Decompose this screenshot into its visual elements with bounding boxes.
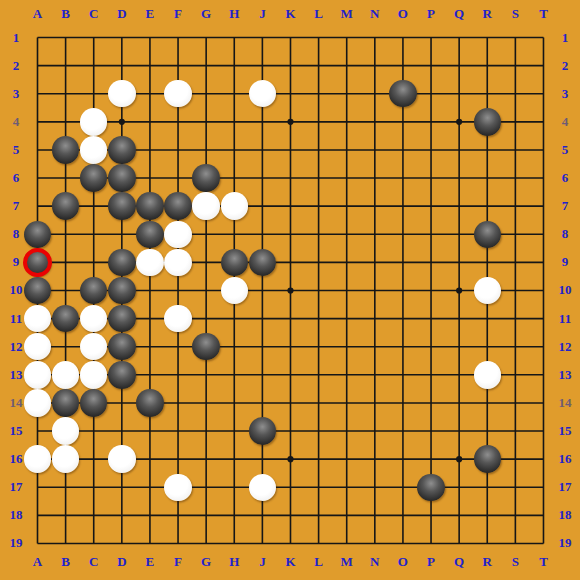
white-stone[interactable] bbox=[52, 417, 80, 445]
black-stone[interactable] bbox=[417, 474, 445, 502]
black-stone[interactable] bbox=[389, 80, 417, 108]
row-label-left-17: 17 bbox=[2, 480, 30, 494]
black-stone[interactable] bbox=[80, 164, 108, 192]
row-label-right-6: 6 bbox=[551, 171, 579, 185]
go-board[interactable]: AABBCCDDEEFFGGHHJJKKLLMMNNOOPPQQRRSSTT11… bbox=[0, 0, 580, 580]
column-label-top-J: J bbox=[252, 7, 272, 21]
black-stone[interactable] bbox=[192, 164, 220, 192]
column-label-bottom-C: C bbox=[84, 555, 104, 569]
row-label-left-7: 7 bbox=[2, 199, 30, 213]
column-label-top-Q: Q bbox=[449, 7, 469, 21]
column-label-top-B: B bbox=[56, 7, 76, 21]
black-stone[interactable] bbox=[474, 108, 502, 136]
row-label-left-6: 6 bbox=[2, 171, 30, 185]
white-stone[interactable] bbox=[52, 445, 80, 473]
column-label-top-K: K bbox=[280, 7, 300, 21]
column-label-top-L: L bbox=[309, 7, 329, 21]
column-label-bottom-G: G bbox=[196, 555, 216, 569]
column-label-top-T: T bbox=[533, 7, 553, 21]
star-point bbox=[287, 287, 293, 293]
black-stone[interactable] bbox=[136, 221, 164, 249]
white-stone[interactable] bbox=[52, 361, 80, 389]
row-label-right-1: 1 bbox=[551, 31, 579, 45]
row-label-left-19: 19 bbox=[2, 536, 30, 550]
white-stone[interactable] bbox=[474, 361, 502, 389]
star-point bbox=[456, 456, 462, 462]
column-label-bottom-J: J bbox=[252, 555, 272, 569]
column-label-top-O: O bbox=[393, 7, 413, 21]
white-stone[interactable] bbox=[221, 277, 249, 305]
black-stone[interactable] bbox=[80, 389, 108, 417]
column-label-bottom-M: M bbox=[337, 555, 357, 569]
row-label-right-17: 17 bbox=[551, 480, 579, 494]
column-label-bottom-S: S bbox=[505, 555, 525, 569]
column-label-bottom-H: H bbox=[224, 555, 244, 569]
row-label-right-10: 10 bbox=[551, 283, 579, 297]
column-label-top-C: C bbox=[84, 7, 104, 21]
black-stone[interactable] bbox=[221, 249, 249, 277]
column-label-bottom-F: F bbox=[168, 555, 188, 569]
black-stone[interactable] bbox=[474, 221, 502, 249]
white-stone[interactable] bbox=[164, 305, 192, 333]
column-label-top-R: R bbox=[477, 7, 497, 21]
white-stone[interactable] bbox=[80, 108, 108, 136]
row-label-right-19: 19 bbox=[551, 536, 579, 550]
column-label-top-N: N bbox=[365, 7, 385, 21]
black-stone[interactable] bbox=[24, 221, 52, 249]
black-stone[interactable] bbox=[108, 136, 136, 164]
black-stone[interactable] bbox=[249, 417, 277, 445]
column-label-top-E: E bbox=[140, 7, 160, 21]
black-stone[interactable] bbox=[52, 136, 80, 164]
row-label-right-12: 12 bbox=[551, 340, 579, 354]
row-label-left-1: 1 bbox=[2, 31, 30, 45]
column-label-bottom-B: B bbox=[56, 555, 76, 569]
column-label-top-P: P bbox=[421, 7, 441, 21]
column-label-bottom-T: T bbox=[533, 555, 553, 569]
column-label-top-S: S bbox=[505, 7, 525, 21]
white-stone[interactable] bbox=[24, 389, 52, 417]
black-stone[interactable] bbox=[108, 249, 136, 277]
black-stone[interactable] bbox=[52, 192, 80, 220]
white-stone[interactable] bbox=[474, 277, 502, 305]
row-label-right-7: 7 bbox=[551, 199, 579, 213]
row-label-right-3: 3 bbox=[551, 87, 579, 101]
black-stone[interactable] bbox=[52, 389, 80, 417]
column-label-top-D: D bbox=[112, 7, 132, 21]
row-label-right-11: 11 bbox=[551, 312, 579, 326]
row-label-right-16: 16 bbox=[551, 452, 579, 466]
row-label-left-15: 15 bbox=[2, 424, 30, 438]
row-label-right-8: 8 bbox=[551, 227, 579, 241]
column-label-top-M: M bbox=[337, 7, 357, 21]
row-label-right-13: 13 bbox=[551, 368, 579, 382]
row-label-left-4: 4 bbox=[2, 115, 30, 129]
row-label-right-18: 18 bbox=[551, 508, 579, 522]
last-move-marker bbox=[23, 248, 53, 278]
white-stone[interactable] bbox=[221, 192, 249, 220]
row-label-left-2: 2 bbox=[2, 59, 30, 73]
black-stone[interactable] bbox=[136, 192, 164, 220]
column-label-bottom-E: E bbox=[140, 555, 160, 569]
white-stone[interactable] bbox=[24, 445, 52, 473]
row-label-right-14: 14 bbox=[551, 396, 579, 410]
black-stone[interactable] bbox=[108, 164, 136, 192]
black-stone[interactable] bbox=[164, 192, 192, 220]
column-label-bottom-R: R bbox=[477, 555, 497, 569]
star-point bbox=[119, 119, 125, 125]
black-stone[interactable] bbox=[249, 249, 277, 277]
white-stone[interactable] bbox=[108, 80, 136, 108]
column-label-top-A: A bbox=[28, 7, 48, 21]
row-label-left-5: 5 bbox=[2, 143, 30, 157]
white-stone[interactable] bbox=[80, 361, 108, 389]
white-stone[interactable] bbox=[108, 445, 136, 473]
black-stone[interactable] bbox=[108, 305, 136, 333]
black-stone[interactable] bbox=[108, 277, 136, 305]
white-stone[interactable] bbox=[164, 249, 192, 277]
row-label-right-9: 9 bbox=[551, 255, 579, 269]
white-stone[interactable] bbox=[80, 136, 108, 164]
black-stone[interactable] bbox=[108, 333, 136, 361]
column-label-bottom-N: N bbox=[365, 555, 385, 569]
white-stone[interactable] bbox=[164, 80, 192, 108]
white-stone[interactable] bbox=[164, 474, 192, 502]
star-point bbox=[456, 287, 462, 293]
black-stone[interactable] bbox=[108, 361, 136, 389]
row-label-right-2: 2 bbox=[551, 59, 579, 73]
star-point bbox=[456, 119, 462, 125]
column-label-bottom-D: D bbox=[112, 555, 132, 569]
row-label-right-5: 5 bbox=[551, 143, 579, 157]
white-stone[interactable] bbox=[249, 474, 277, 502]
column-label-bottom-A: A bbox=[28, 555, 48, 569]
row-label-left-18: 18 bbox=[2, 508, 30, 522]
column-label-top-G: G bbox=[196, 7, 216, 21]
column-label-bottom-K: K bbox=[280, 555, 300, 569]
white-stone[interactable] bbox=[164, 221, 192, 249]
black-stone[interactable] bbox=[108, 192, 136, 220]
black-stone[interactable] bbox=[474, 445, 502, 473]
white-stone[interactable] bbox=[192, 192, 220, 220]
star-point bbox=[287, 119, 293, 125]
row-label-left-3: 3 bbox=[2, 87, 30, 101]
black-stone[interactable] bbox=[136, 389, 164, 417]
column-label-top-F: F bbox=[168, 7, 188, 21]
row-label-right-15: 15 bbox=[551, 424, 579, 438]
column-label-top-H: H bbox=[224, 7, 244, 21]
star-point bbox=[287, 456, 293, 462]
column-label-bottom-Q: Q bbox=[449, 555, 469, 569]
column-label-bottom-L: L bbox=[309, 555, 329, 569]
white-stone[interactable] bbox=[136, 249, 164, 277]
row-label-right-4: 4 bbox=[551, 115, 579, 129]
column-label-bottom-P: P bbox=[421, 555, 441, 569]
column-label-bottom-O: O bbox=[393, 555, 413, 569]
white-stone[interactable] bbox=[24, 361, 52, 389]
